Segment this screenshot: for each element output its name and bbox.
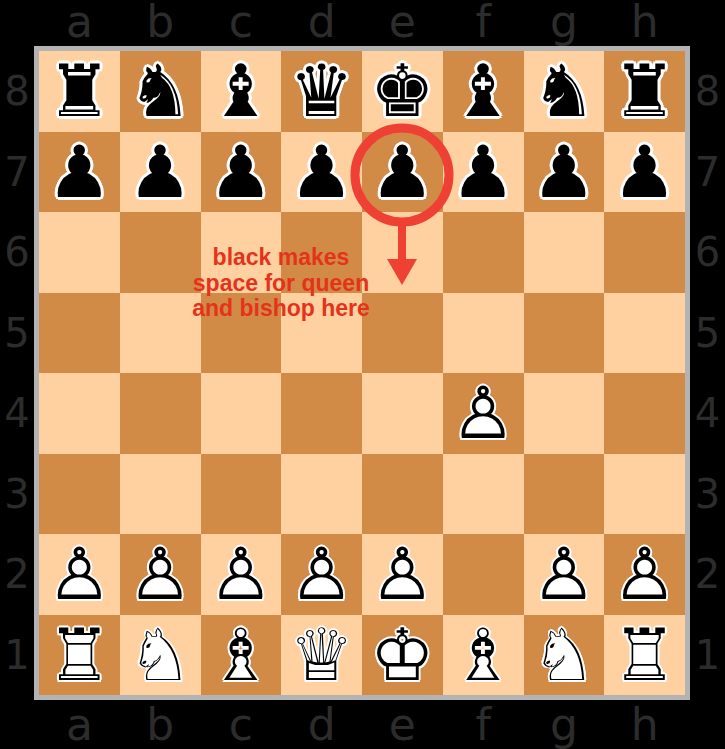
- square-e6[interactable]: [362, 212, 443, 293]
- square-d1[interactable]: ♛♕: [281, 615, 362, 696]
- square-g6[interactable]: [524, 212, 605, 293]
- white-pawn[interactable]: ♟♙: [604, 534, 685, 615]
- square-f8[interactable]: ♝: [443, 51, 524, 132]
- white-bishop[interactable]: ♝♗: [201, 615, 282, 696]
- black-rook[interactable]: ♜: [39, 51, 120, 132]
- square-a7[interactable]: ♟: [39, 132, 120, 213]
- rank-labels-right: 87654321: [690, 51, 725, 695]
- file-label-d: d: [281, 700, 362, 749]
- piece-outline: ♙: [289, 538, 354, 610]
- piece-outline: ♗: [209, 619, 274, 691]
- square-c2[interactable]: ♟♙: [201, 534, 282, 615]
- square-c4[interactable]: [201, 373, 282, 454]
- rank-label-8: 8: [690, 51, 725, 132]
- file-label-c: c: [201, 0, 282, 44]
- chess-diagram: abcdefgh 87654321 ♜♞♝♛♚♝♞♜♟♟♟♟♟♟♟♟♟♙♟♙♟♙…: [0, 0, 725, 749]
- chess-board[interactable]: ♜♞♝♛♚♝♞♜♟♟♟♟♟♟♟♟♟♙♟♙♟♙♟♙♟♙♟♙♟♙♟♙♜♖♞♘♝♗♛♕…: [34, 46, 690, 700]
- square-e3[interactable]: [362, 454, 443, 535]
- square-b3[interactable]: [120, 454, 201, 535]
- rank-label-4: 4: [690, 373, 725, 454]
- square-e2[interactable]: ♟♙: [362, 534, 443, 615]
- square-e1[interactable]: ♚♔: [362, 615, 443, 696]
- black-pawn[interactable]: ♟: [120, 132, 201, 213]
- black-knight[interactable]: ♞: [524, 51, 605, 132]
- square-d2[interactable]: ♟♙: [281, 534, 362, 615]
- black-bishop[interactable]: ♝: [443, 51, 524, 132]
- file-label-c: c: [201, 700, 282, 749]
- square-c3[interactable]: [201, 454, 282, 535]
- square-a8[interactable]: ♜: [39, 51, 120, 132]
- square-a4[interactable]: [39, 373, 120, 454]
- rank-label-6: 6: [0, 212, 34, 293]
- white-knight[interactable]: ♞♘: [524, 615, 605, 696]
- rank-labels-left: 87654321: [0, 51, 34, 695]
- white-queen[interactable]: ♛♕: [281, 615, 362, 696]
- square-h3[interactable]: [604, 454, 685, 535]
- square-g4[interactable]: [524, 373, 605, 454]
- square-h1[interactable]: ♜♖: [604, 615, 685, 696]
- square-c6[interactable]: [201, 212, 282, 293]
- piece-outline: ♙: [451, 377, 516, 449]
- rank-label-4: 4: [0, 373, 34, 454]
- square-d5[interactable]: [281, 293, 362, 374]
- rank-label-3: 3: [0, 454, 34, 535]
- file-label-e: e: [362, 700, 443, 749]
- square-f2[interactable]: [443, 534, 524, 615]
- rank-label-7: 7: [690, 132, 725, 213]
- square-g3[interactable]: [524, 454, 605, 535]
- piece-outline: ♙: [128, 538, 193, 610]
- piece-outline: ♙: [612, 538, 677, 610]
- square-f7[interactable]: ♟: [443, 132, 524, 213]
- white-pawn[interactable]: ♟♙: [443, 373, 524, 454]
- square-d4[interactable]: [281, 373, 362, 454]
- file-label-f: f: [443, 700, 524, 749]
- rank-label-7: 7: [0, 132, 34, 213]
- square-d3[interactable]: [281, 454, 362, 535]
- white-king[interactable]: ♚♔: [362, 615, 443, 696]
- square-c7[interactable]: ♟: [201, 132, 282, 213]
- file-label-d: d: [281, 0, 362, 44]
- file-label-f: f: [443, 0, 524, 44]
- white-pawn[interactable]: ♟♙: [362, 534, 443, 615]
- black-pawn[interactable]: ♟: [281, 132, 362, 213]
- square-f3[interactable]: [443, 454, 524, 535]
- square-b6[interactable]: [120, 212, 201, 293]
- square-f1[interactable]: ♝♗: [443, 615, 524, 696]
- black-knight[interactable]: ♞: [120, 51, 201, 132]
- file-label-h: h: [604, 0, 685, 44]
- white-pawn[interactable]: ♟♙: [201, 534, 282, 615]
- black-pawn[interactable]: ♟: [362, 132, 443, 213]
- file-label-a: a: [39, 700, 120, 749]
- white-rook[interactable]: ♜♖: [604, 615, 685, 696]
- square-g1[interactable]: ♞♘: [524, 615, 605, 696]
- square-b5[interactable]: [120, 293, 201, 374]
- square-b1[interactable]: ♞♘: [120, 615, 201, 696]
- rank-label-3: 3: [690, 454, 725, 535]
- black-king[interactable]: ♚: [362, 51, 443, 132]
- rank-label-8: 8: [0, 51, 34, 132]
- square-d8[interactable]: ♛: [281, 51, 362, 132]
- rank-label-1: 1: [0, 615, 34, 696]
- piece-outline: ♙: [47, 538, 112, 610]
- square-a1[interactable]: ♜♖: [39, 615, 120, 696]
- black-queen[interactable]: ♛: [281, 51, 362, 132]
- square-h8[interactable]: ♜: [604, 51, 685, 132]
- file-label-b: b: [120, 0, 201, 44]
- square-b2[interactable]: ♟♙: [120, 534, 201, 615]
- white-pawn[interactable]: ♟♙: [120, 534, 201, 615]
- square-e7[interactable]: ♟: [362, 132, 443, 213]
- square-h6[interactable]: [604, 212, 685, 293]
- square-h5[interactable]: [604, 293, 685, 374]
- rank-label-5: 5: [690, 293, 725, 374]
- square-a2[interactable]: ♟♙: [39, 534, 120, 615]
- piece-outline: ♗: [451, 619, 516, 691]
- square-d6[interactable]: [281, 212, 362, 293]
- rank-label-2: 2: [0, 534, 34, 615]
- square-g5[interactable]: [524, 293, 605, 374]
- square-b8[interactable]: ♞: [120, 51, 201, 132]
- square-g2[interactable]: ♟♙: [524, 534, 605, 615]
- white-pawn[interactable]: ♟♙: [281, 534, 362, 615]
- rank-label-1: 1: [690, 615, 725, 696]
- square-a6[interactable]: [39, 212, 120, 293]
- piece-outline: ♕: [289, 619, 354, 691]
- file-label-b: b: [120, 700, 201, 749]
- piece-outline: ♘: [532, 619, 597, 691]
- square-f4[interactable]: ♟♙: [443, 373, 524, 454]
- square-h2[interactable]: ♟♙: [604, 534, 685, 615]
- square-f6[interactable]: [443, 212, 524, 293]
- square-e4[interactable]: [362, 373, 443, 454]
- file-label-g: g: [524, 0, 605, 44]
- file-label-g: g: [524, 700, 605, 749]
- black-pawn[interactable]: ♟: [201, 132, 282, 213]
- rank-label-5: 5: [0, 293, 34, 374]
- black-rook[interactable]: ♜: [604, 51, 685, 132]
- piece-outline: ♘: [128, 619, 193, 691]
- piece-outline: ♙: [532, 538, 597, 610]
- square-f5[interactable]: [443, 293, 524, 374]
- file-label-e: e: [362, 0, 443, 44]
- piece-outline: ♖: [47, 619, 112, 691]
- piece-outline: ♙: [209, 538, 274, 610]
- black-pawn[interactable]: ♟: [604, 132, 685, 213]
- white-bishop[interactable]: ♝♗: [443, 615, 524, 696]
- file-label-a: a: [39, 0, 120, 44]
- square-e8[interactable]: ♚: [362, 51, 443, 132]
- white-knight[interactable]: ♞♘: [120, 615, 201, 696]
- square-e5[interactable]: [362, 293, 443, 374]
- file-labels-bottom: abcdefgh: [39, 700, 685, 749]
- rank-label-6: 6: [690, 212, 725, 293]
- square-a5[interactable]: [39, 293, 120, 374]
- rank-label-2: 2: [690, 534, 725, 615]
- square-c1[interactable]: ♝♗: [201, 615, 282, 696]
- piece-outline: ♔: [370, 619, 435, 691]
- square-d7[interactable]: ♟: [281, 132, 362, 213]
- square-g7[interactable]: ♟: [524, 132, 605, 213]
- square-g8[interactable]: ♞: [524, 51, 605, 132]
- piece-outline: ♙: [370, 538, 435, 610]
- white-rook[interactable]: ♜♖: [39, 615, 120, 696]
- square-c5[interactable]: [201, 293, 282, 374]
- file-labels-top: abcdefgh: [39, 0, 685, 44]
- square-h4[interactable]: [604, 373, 685, 454]
- black-bishop[interactable]: ♝: [201, 51, 282, 132]
- square-c8[interactable]: ♝: [201, 51, 282, 132]
- white-pawn[interactable]: ♟♙: [524, 534, 605, 615]
- square-b4[interactable]: [120, 373, 201, 454]
- black-pawn[interactable]: ♟: [39, 132, 120, 213]
- square-b7[interactable]: ♟: [120, 132, 201, 213]
- square-h7[interactable]: ♟: [604, 132, 685, 213]
- file-label-h: h: [604, 700, 685, 749]
- square-a3[interactable]: [39, 454, 120, 535]
- white-pawn[interactable]: ♟♙: [39, 534, 120, 615]
- piece-outline: ♖: [612, 619, 677, 691]
- black-pawn[interactable]: ♟: [443, 132, 524, 213]
- black-pawn[interactable]: ♟: [524, 132, 605, 213]
